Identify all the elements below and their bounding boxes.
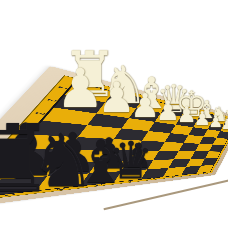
near-edge-number: 8: [202, 173, 206, 174]
near-edge-number: 2: [53, 188, 65, 191]
near-edge-number: 1: [1, 193, 17, 197]
board-yellow-face: 1234567812345678: [0, 75, 228, 203]
near-edge-number: 4: [124, 181, 131, 183]
chess-board: [0, 82, 228, 198]
left-edge-number: 4: [20, 126, 35, 129]
left-edge-number: 3: [33, 112, 47, 115]
left-edge-number: 1: [56, 85, 68, 89]
near-edge-number: 3: [93, 184, 102, 187]
near-edge-number: 5: [150, 178, 156, 180]
near-edge-number: 7: [187, 174, 191, 175]
left-edge-number: 6: [0, 156, 9, 158]
left-edge-number: 5: [7, 140, 23, 143]
near-edge-number: 6: [170, 176, 175, 178]
chess-set-photo: 1234567812345678 ♜♞♝♛♚♝♞♜♟♟♟♟♟♟♟♟♟♟♟♟♜♞♝…: [0, 0, 228, 228]
left-edge-number: 2: [45, 98, 58, 102]
wooden-chess-box: 1234567812345678: [0, 66, 228, 215]
